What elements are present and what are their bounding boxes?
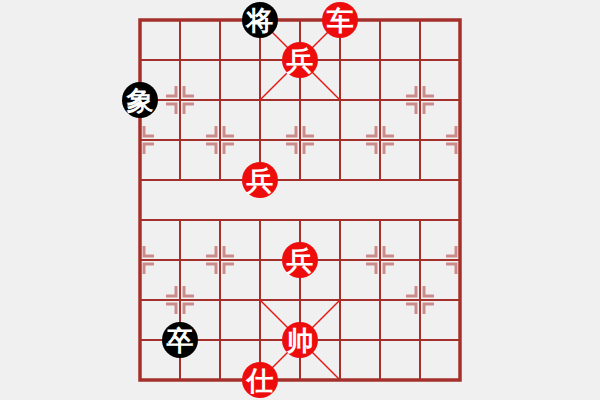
piece-character: 将 xyxy=(247,7,274,34)
red-soldier-1[interactable]: 兵 xyxy=(282,42,318,78)
red-chariot[interactable]: 车 xyxy=(322,2,358,38)
piece-character: 象 xyxy=(127,87,154,114)
piece-character: 兵 xyxy=(287,47,314,74)
xiangqi-board: 将车兵象兵兵卒帅仕 xyxy=(0,0,600,400)
red-soldier-3[interactable]: 兵 xyxy=(282,242,318,278)
piece-character: 车 xyxy=(327,7,354,34)
pieces-layer: 将车兵象兵兵卒帅仕 xyxy=(120,0,480,400)
black-soldier[interactable]: 卒 xyxy=(162,322,198,358)
black-general[interactable]: 将 xyxy=(242,2,278,38)
red-soldier-2[interactable]: 兵 xyxy=(242,162,278,198)
piece-character: 仕 xyxy=(247,367,274,394)
piece-character: 卒 xyxy=(167,327,194,354)
piece-character: 兵 xyxy=(247,167,274,194)
piece-character: 兵 xyxy=(287,247,314,274)
red-general[interactable]: 帅 xyxy=(282,322,318,358)
red-advisor[interactable]: 仕 xyxy=(242,362,278,398)
piece-character: 帅 xyxy=(287,327,314,354)
black-elephant[interactable]: 象 xyxy=(122,82,158,118)
